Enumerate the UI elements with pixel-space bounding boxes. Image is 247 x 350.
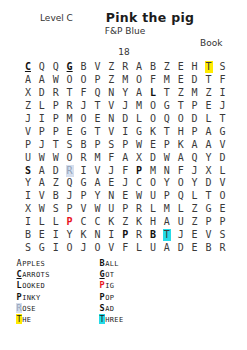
grid-cell-r7c2[interactable]: J (35, 138, 49, 151)
grid-cell-r12c4[interactable]: P (63, 203, 77, 216)
grid-cell-r1c4[interactable]: G (63, 61, 77, 74)
grid-cell-r14c15[interactable]: S (215, 229, 229, 242)
grid-cell-r5c14[interactable]: L (202, 113, 216, 126)
grid-cell-r7c15[interactable]: V (215, 138, 229, 151)
grid-cell-r4c1[interactable]: Z (21, 100, 35, 113)
grid-cell-r5c1[interactable]: J (21, 113, 35, 126)
grid-cell-r9c6[interactable]: V (90, 164, 104, 177)
grid-cell-r9c10[interactable]: M (146, 164, 160, 177)
grid-cell-r14c4[interactable]: Y (63, 229, 77, 242)
grid-cell-r8c8[interactable]: A (118, 151, 132, 164)
grid-cell-r3c8[interactable]: Y (118, 87, 132, 100)
grid-cell-r9c1[interactable]: S (21, 164, 35, 177)
grid-cell-r11c11[interactable]: P (160, 190, 174, 203)
grid-cell-r3c15[interactable]: I (215, 87, 229, 100)
grid-cell-r14c11[interactable]: T (160, 229, 174, 242)
grid-cell-r2c2[interactable]: A (35, 74, 49, 87)
grid-cell-r9c8[interactable]: F (118, 164, 132, 177)
grid-cell-r4c2[interactable]: L (35, 100, 49, 113)
grid-cell-r6c9[interactable]: G (132, 125, 146, 138)
grid-cell-r11c14[interactable]: T (202, 190, 216, 203)
grid-cell-r8c5[interactable]: R (77, 151, 91, 164)
grid-cell-r12c10[interactable]: L (146, 203, 160, 216)
grid-cell-r9c4[interactable]: R (63, 164, 77, 177)
grid-cell-r10c11[interactable]: Y (160, 177, 174, 190)
grid-cell-r15c1[interactable]: S (21, 241, 35, 254)
grid-cell-r15c15[interactable]: R (215, 241, 229, 254)
grid-cell-r7c8[interactable]: P (118, 138, 132, 151)
word-list-right: BALLGOTPIGPOPSADTHREE (99, 258, 124, 325)
grid-cell-r10c4[interactable]: Q (63, 177, 77, 190)
grid-cell-r4c6[interactable]: T (90, 100, 104, 113)
grid-cell-r6c13[interactable]: P (188, 125, 202, 138)
grid-cell-r12c13[interactable]: Z (188, 203, 202, 216)
grid-cell-r14c10[interactable]: B (146, 229, 160, 242)
grid-cell-r15c3[interactable]: I (49, 241, 63, 254)
grid-cell-r3c9[interactable]: A (132, 87, 146, 100)
grid-cell-r8c9[interactable]: X (132, 151, 146, 164)
grid-cell-r9c12[interactable]: F (174, 164, 188, 177)
grid-cell-r4c12[interactable]: T (174, 100, 188, 113)
grid-cell-r9c13[interactable]: J (188, 164, 202, 177)
grid-cell-r12c1[interactable]: X (21, 203, 35, 216)
grid-cell-r4c15[interactable]: J (215, 100, 229, 113)
grid-cell-r3c7[interactable]: N (104, 87, 118, 100)
series-label: F&P Blue (105, 26, 145, 36)
grid-cell-r10c1[interactable]: Y (21, 177, 35, 190)
grid-cell-r14c14[interactable]: V (202, 229, 216, 242)
grid-cell-r14c8[interactable]: P (118, 229, 132, 242)
grid-cell-r11c5[interactable]: P (77, 190, 91, 203)
grid-cell-r1c3[interactable]: Q (49, 61, 63, 74)
grid-cell-r13c9[interactable]: K (132, 216, 146, 229)
grid-cell-r1c5[interactable]: B (77, 61, 91, 74)
grid-cell-r6c7[interactable]: V (104, 125, 118, 138)
word-pig[interactable]: PIG (99, 280, 124, 291)
grid-cell-r8c12[interactable]: A (174, 151, 188, 164)
grid-cell-r15c5[interactable]: J (77, 241, 91, 254)
grid-cell-r10c6[interactable]: A (90, 177, 104, 190)
grid-cell-r8c2[interactable]: W (35, 151, 49, 164)
grid-cell-r13c13[interactable]: Z (188, 216, 202, 229)
page-title: Pink the pig (106, 10, 195, 25)
grid-cell-r1c12[interactable]: E (174, 61, 188, 74)
grid-cell-r8c3[interactable]: W (49, 151, 63, 164)
grid-cell-r4c9[interactable]: M (132, 100, 146, 113)
grid-cell-r3c10[interactable]: L (146, 87, 160, 100)
grid-cell-r6c4[interactable]: E (63, 125, 77, 138)
grid-cell-r15c14[interactable]: B (202, 241, 216, 254)
grid-cell-r11c3[interactable]: B (49, 190, 63, 203)
word-got[interactable]: GOT (99, 269, 124, 280)
grid-cell-r14c9[interactable]: R (132, 229, 146, 242)
grid-cell-r4c7[interactable]: V (104, 100, 118, 113)
grid-cell-r4c14[interactable]: E (202, 100, 216, 113)
grid-cell-r15c8[interactable]: F (118, 241, 132, 254)
grid-cell-r12c11[interactable]: M (160, 203, 174, 216)
grid-cell-r11c9[interactable]: W (132, 190, 146, 203)
grid-cell-r4c3[interactable]: P (49, 100, 63, 113)
grid-cell-r9c9[interactable]: P (132, 164, 146, 177)
grid-cell-r13c14[interactable]: P (202, 216, 216, 229)
grid-cell-r11c7[interactable]: N (104, 190, 118, 203)
grid-cell-r8c15[interactable]: D (215, 151, 229, 164)
grid-cell-r1c13[interactable]: H (188, 61, 202, 74)
grid-cell-r10c3[interactable]: Z (49, 177, 63, 190)
grid-cell-r8c6[interactable]: M (90, 151, 104, 164)
grid-cell-r3c14[interactable]: Z (202, 87, 216, 100)
word-list-left: APPLESCARROTSLOOKEDPINKYROSETHE (16, 258, 50, 325)
grid-cell-r7c13[interactable]: A (188, 138, 202, 151)
word-looked[interactable]: LOOKED (16, 280, 50, 291)
grid-cell-r15c7[interactable]: V (104, 241, 118, 254)
grid-cell-r13c3[interactable]: L (49, 216, 63, 229)
grid-cell-r9c3[interactable]: D (49, 164, 63, 177)
worksheet-page: Level C Pink the pig F&P Blue Book 18 CQ… (0, 0, 247, 350)
grid-cell-r7c9[interactable]: W (132, 138, 146, 151)
grid-cell-r8c11[interactable]: W (160, 151, 174, 164)
grid-cell-r3c11[interactable]: T (160, 87, 174, 100)
grid-cell-r5c3[interactable]: P (49, 113, 63, 126)
grid-cell-r15c11[interactable]: A (160, 241, 174, 254)
grid-cell-r8c7[interactable]: F (104, 151, 118, 164)
grid-cell-r6c2[interactable]: P (35, 125, 49, 138)
grid-cell-r15c6[interactable]: O (90, 241, 104, 254)
grid-cell-r6c5[interactable]: G (77, 125, 91, 138)
grid-cell-r11c8[interactable]: E (118, 190, 132, 203)
grid-cell-r14c1[interactable]: B (21, 229, 35, 242)
grid-cell-r3c12[interactable]: Z (174, 87, 188, 100)
grid-cell-r3c13[interactable]: M (188, 87, 202, 100)
grid-cell-r15c2[interactable]: G (35, 241, 49, 254)
grid-cell-r14c7[interactable]: I (104, 229, 118, 242)
grid-cell-r1c14[interactable]: T (202, 61, 216, 74)
grid-cell-r15c12[interactable]: D (174, 241, 188, 254)
grid-cell-r15c10[interactable]: U (146, 241, 160, 254)
grid-cell-r4c10[interactable]: O (146, 100, 160, 113)
grid-cell-r12c9[interactable]: R (132, 203, 146, 216)
grid-cell-r11c1[interactable]: I (21, 190, 35, 203)
grid-cell-r7c12[interactable]: K (174, 138, 188, 151)
grid-cell-r7c5[interactable]: B (77, 138, 91, 151)
grid-cell-r6c8[interactable]: I (118, 125, 132, 138)
grid-cell-r5c8[interactable]: D (118, 113, 132, 126)
grid-cell-r4c8[interactable]: J (118, 100, 132, 113)
grid-cell-r11c10[interactable]: U (146, 190, 160, 203)
grid-cell-r12c8[interactable]: P (118, 203, 132, 216)
grid-cell-r12c15[interactable]: E (215, 203, 229, 216)
word-rose[interactable]: ROSE (16, 303, 50, 314)
grid-cell-r12c5[interactable]: V (77, 203, 91, 216)
grid-cell-r13c5[interactable]: C (77, 216, 91, 229)
grid-cell-r3c1[interactable]: X (21, 87, 35, 100)
grid-cell-r9c2[interactable]: A (35, 164, 49, 177)
grid-cell-r1c8[interactable]: R (118, 61, 132, 74)
grid-cell-r7c1[interactable]: P (21, 138, 35, 151)
grid-cell-r13c11[interactable]: A (160, 216, 174, 229)
book-number: 18 (118, 47, 129, 57)
grid-cell-r1c6[interactable]: V (90, 61, 104, 74)
grid-cell-r8c14[interactable]: Y (202, 151, 216, 164)
grid-cell-r10c12[interactable]: O (174, 177, 188, 190)
grid-cell-r13c2[interactable]: L (35, 216, 49, 229)
grid-cell-r6c6[interactable]: T (90, 125, 104, 138)
word-ball[interactable]: BALL (99, 258, 124, 269)
grid-cell-r11c12[interactable]: Q (174, 190, 188, 203)
grid-cell-r2c10[interactable]: F (146, 74, 160, 87)
grid-cell-r10c8[interactable]: J (118, 177, 132, 190)
grid-cell-r10c5[interactable]: G (77, 177, 91, 190)
grid-cell-r2c6[interactable]: P (90, 74, 104, 87)
grid-cell-r2c14[interactable]: T (202, 74, 216, 87)
grid-cell-r10c2[interactable]: A (35, 177, 49, 190)
grid-cell-r9c5[interactable]: I (77, 164, 91, 177)
grid-cell-r10c15[interactable]: V (215, 177, 229, 190)
grid-cell-r10c14[interactable]: D (202, 177, 216, 190)
grid-cell-r1c10[interactable]: B (146, 61, 160, 74)
grid-cell-r10c13[interactable]: Y (188, 177, 202, 190)
grid-cell-r1c7[interactable]: Z (104, 61, 118, 74)
level-label: Level C (40, 13, 73, 23)
grid-cell-r7c7[interactable]: S (104, 138, 118, 151)
grid-cell-r8c4[interactable]: O (63, 151, 77, 164)
grid-cell-r14c6[interactable]: N (90, 229, 104, 242)
grid-cell-r6c1[interactable]: V (21, 125, 35, 138)
grid-cell-r12c6[interactable]: W (90, 203, 104, 216)
grid-cell-r2c7[interactable]: Z (104, 74, 118, 87)
grid-cell-r3c5[interactable]: F (77, 87, 91, 100)
grid-cell-r2c3[interactable]: W (49, 74, 63, 87)
grid-cell-r9c7[interactable]: J (104, 164, 118, 177)
grid-cell-r7c4[interactable]: S (63, 138, 77, 151)
grid-cell-r8c1[interactable]: U (21, 151, 35, 164)
word-the[interactable]: THE (16, 314, 50, 325)
grid-cell-r12c2[interactable]: W (35, 203, 49, 216)
word-three[interactable]: THREE (99, 314, 124, 325)
grid-cell-r15c9[interactable]: L (132, 241, 146, 254)
grid-cell-r7c6[interactable]: P (90, 138, 104, 151)
grid-cell-r4c13[interactable]: P (188, 100, 202, 113)
grid-cell-r6c10[interactable]: K (146, 125, 160, 138)
grid-cell-r5c15[interactable]: T (215, 113, 229, 126)
grid-cell-r1c1[interactable]: C (21, 61, 35, 74)
grid-cell-r11c15[interactable]: O (215, 190, 229, 203)
grid-cell-r5c12[interactable]: O (174, 113, 188, 126)
grid-cell-r2c11[interactable]: M (160, 74, 174, 87)
grid-cell-r1c2[interactable]: Q (35, 61, 49, 74)
word-pinky[interactable]: PINKY (16, 292, 50, 303)
grid-cell-r6c12[interactable]: H (174, 125, 188, 138)
grid-cell-r2c8[interactable]: M (118, 74, 132, 87)
grid-cell-r14c3[interactable]: I (49, 229, 63, 242)
grid-cell-r10c7[interactable]: E (104, 177, 118, 190)
grid-cell-r4c11[interactable]: G (160, 100, 174, 113)
grid-cell-r7c3[interactable]: T (49, 138, 63, 151)
grid-cell-r4c4[interactable]: R (63, 100, 77, 113)
grid-cell-r5c11[interactable]: Q (160, 113, 174, 126)
grid-cell-r15c13[interactable]: E (188, 241, 202, 254)
grid-cell-r3c2[interactable]: D (35, 87, 49, 100)
grid-cell-r14c12[interactable]: J (174, 229, 188, 242)
grid-cell-r14c13[interactable]: E (188, 229, 202, 242)
grid-cell-r8c13[interactable]: Q (188, 151, 202, 164)
word-sad[interactable]: SAD (99, 303, 124, 314)
grid-cell-r6c3[interactable]: P (49, 125, 63, 138)
grid-cell-r12c7[interactable]: U (104, 203, 118, 216)
grid-cell-r7c10[interactable]: E (146, 138, 160, 151)
word-apples[interactable]: APPLES (16, 258, 50, 269)
grid-cell-r6c11[interactable]: T (160, 125, 174, 138)
wordsearch-grid: CQQGBVZRABZEHTSAAWOOPZMOFMEDTFXDRTFQNYAL… (21, 61, 229, 254)
grid-cell-r13c12[interactable]: U (174, 216, 188, 229)
grid-cell-r13c10[interactable]: H (146, 216, 160, 229)
grid-cell-r13c1[interactable]: I (21, 216, 35, 229)
grid-cell-r2c4[interactable]: O (63, 74, 77, 87)
word-pop[interactable]: POP (99, 292, 124, 303)
grid-cell-r1c11[interactable]: Z (160, 61, 174, 74)
grid-cell-r12c12[interactable]: L (174, 203, 188, 216)
grid-cell-r7c14[interactable]: A (202, 138, 216, 151)
grid-cell-r13c8[interactable]: Z (118, 216, 132, 229)
grid-cell-r5c6[interactable]: E (90, 113, 104, 126)
grid-cell-r4c5[interactable]: J (77, 100, 91, 113)
grid-cell-r13c6[interactable]: C (90, 216, 104, 229)
grid-cell-r13c4[interactable]: P (63, 216, 77, 229)
grid-cell-r3c3[interactable]: R (49, 87, 63, 100)
grid-cell-r2c5[interactable]: O (77, 74, 91, 87)
grid-cell-r1c9[interactable]: A (132, 61, 146, 74)
grid-cell-r2c1[interactable]: A (21, 74, 35, 87)
grid-cell-r9c14[interactable]: X (202, 164, 216, 177)
grid-cell-r14c2[interactable]: E (35, 229, 49, 242)
grid-cell-r13c15[interactable]: P (215, 216, 229, 229)
book-label: Book (200, 38, 222, 48)
grid-cell-r3c6[interactable]: Q (90, 87, 104, 100)
grid-cell-r7c11[interactable]: P (160, 138, 174, 151)
grid-cell-r12c14[interactable]: G (202, 203, 216, 216)
grid-cell-r13c7[interactable]: K (104, 216, 118, 229)
grid-cell-r15c4[interactable]: O (63, 241, 77, 254)
grid-cell-r5c7[interactable]: N (104, 113, 118, 126)
grid-cell-r11c6[interactable]: Y (90, 190, 104, 203)
grid-cell-r5c10[interactable]: O (146, 113, 160, 126)
grid-cell-r5c2[interactable]: I (35, 113, 49, 126)
grid-cell-r2c9[interactable]: O (132, 74, 146, 87)
grid-cell-r6c15[interactable]: G (215, 125, 229, 138)
grid-cell-r10c10[interactable]: O (146, 177, 160, 190)
grid-cell-r2c13[interactable]: D (188, 74, 202, 87)
grid-cell-r9c11[interactable]: N (160, 164, 174, 177)
grid-cell-r12c3[interactable]: S (49, 203, 63, 216)
grid-cell-r5c13[interactable]: D (188, 113, 202, 126)
grid-cell-r14c5[interactable]: K (77, 229, 91, 242)
grid-cell-r5c9[interactable]: L (132, 113, 146, 126)
grid-cell-r3c4[interactable]: T (63, 87, 77, 100)
grid-cell-r11c2[interactable]: V (35, 190, 49, 203)
grid-cell-r6c14[interactable]: A (202, 125, 216, 138)
grid-cell-r10c9[interactable]: C (132, 177, 146, 190)
grid-cell-r9c15[interactable]: L (215, 164, 229, 177)
grid-cell-r2c12[interactable]: E (174, 74, 188, 87)
word-carrots[interactable]: CARROTS (16, 269, 50, 280)
grid-cell-r5c4[interactable]: M (63, 113, 77, 126)
grid-cell-r8c10[interactable]: D (146, 151, 160, 164)
grid-cell-r11c4[interactable]: J (63, 190, 77, 203)
grid-cell-r2c15[interactable]: F (215, 74, 229, 87)
grid-cell-r5c5[interactable]: O (77, 113, 91, 126)
grid-cell-r1c15[interactable]: S (215, 61, 229, 74)
grid-cell-r11c13[interactable]: L (188, 190, 202, 203)
